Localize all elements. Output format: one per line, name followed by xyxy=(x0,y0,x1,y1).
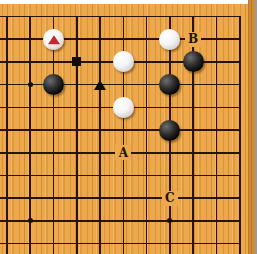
go-diagram: BAC xyxy=(0,0,257,254)
board-point-N19[interactable] xyxy=(88,5,111,28)
grid-line-vertical xyxy=(123,232,125,254)
grid-line-vertical xyxy=(216,96,218,119)
grid-line-vertical xyxy=(239,119,241,142)
grid-line-vertical xyxy=(216,187,218,210)
grid-line-vertical xyxy=(146,28,148,51)
grid-line-vertical xyxy=(6,51,8,74)
board-point-R10[interactable] xyxy=(182,209,205,232)
board-point-J14[interactable] xyxy=(0,119,19,142)
board-point-J12[interactable] xyxy=(0,164,19,187)
board-point-K10[interactable] xyxy=(19,209,42,232)
board-point-O16[interactable] xyxy=(112,73,135,96)
board-point-L17[interactable] xyxy=(42,51,65,74)
board-point-P17[interactable] xyxy=(135,51,158,74)
board-point-K11[interactable] xyxy=(19,187,42,210)
board-point-M9[interactable] xyxy=(65,232,88,254)
board-point-O11[interactable] xyxy=(112,187,135,210)
board-point-S10[interactable] xyxy=(205,209,228,232)
grid-line-vertical xyxy=(239,232,241,254)
grid-line-vertical xyxy=(6,28,8,51)
board-point-L9[interactable] xyxy=(42,232,65,254)
grid-line-vertical xyxy=(216,73,218,96)
grid-line-vertical xyxy=(192,164,194,187)
board-point-M16[interactable] xyxy=(65,73,88,96)
grid-line-vertical xyxy=(123,28,125,51)
grid-line-vertical xyxy=(169,17,171,28)
board-point-P11[interactable] xyxy=(135,187,158,210)
grid-line-vertical xyxy=(216,119,218,142)
board-point-R9[interactable] xyxy=(182,232,205,254)
grid-line-vertical xyxy=(239,51,241,74)
white-stone-Q18 xyxy=(159,29,180,50)
black-stone-R17 xyxy=(183,51,204,72)
grid-line-vertical xyxy=(123,209,125,232)
board-point-L18[interactable] xyxy=(42,28,65,51)
grid-line-vertical xyxy=(53,232,55,254)
grid-line-vertical xyxy=(192,209,194,232)
board-point-O19[interactable] xyxy=(112,5,135,28)
grid-line-vertical xyxy=(76,17,78,28)
board-point-Q15[interactable] xyxy=(158,96,181,119)
grid-line-horizontal xyxy=(0,152,19,154)
go-board: BAC xyxy=(0,5,251,254)
board-point-N15[interactable] xyxy=(88,96,111,119)
board-point-S17[interactable] xyxy=(205,51,228,74)
board-point-J15[interactable] xyxy=(0,96,19,119)
board-point-K12[interactable] xyxy=(19,164,42,187)
board-point-N16[interactable] xyxy=(88,73,111,96)
grid-line-vertical xyxy=(53,187,55,210)
board-point-N9[interactable] xyxy=(88,232,111,254)
board-point-J19[interactable] xyxy=(0,5,19,28)
board-point-P12[interactable] xyxy=(135,164,158,187)
board-point-K16[interactable] xyxy=(19,73,42,96)
grid-line-vertical xyxy=(123,119,125,142)
grid-line-vertical xyxy=(76,232,78,254)
board-point-R12[interactable] xyxy=(182,164,205,187)
board-point-M15[interactable] xyxy=(65,96,88,119)
grid-line-vertical xyxy=(29,164,31,187)
grid-line-horizontal xyxy=(0,38,19,40)
star-point xyxy=(167,218,172,223)
board-point-M17[interactable] xyxy=(65,51,88,74)
board-point-L16[interactable] xyxy=(42,73,65,96)
grid-line-horizontal xyxy=(0,61,19,63)
black-stone-Q16 xyxy=(159,74,180,95)
grid-line-vertical xyxy=(99,51,101,74)
board-point-O18[interactable] xyxy=(112,28,135,51)
board-point-M19[interactable] xyxy=(65,5,88,28)
grid-line-vertical xyxy=(239,28,241,51)
grid-line-vertical xyxy=(76,164,78,187)
grid-line-vertical xyxy=(123,73,125,96)
grid-line-vertical xyxy=(146,17,148,28)
board-point-J16[interactable] xyxy=(0,73,19,96)
grid-line-vertical xyxy=(6,17,8,28)
black-stone-L16 xyxy=(43,74,64,95)
grid-line-vertical xyxy=(169,96,171,119)
grid-line-vertical xyxy=(6,164,8,187)
grid-line-vertical xyxy=(29,96,31,119)
board-point-S14[interactable] xyxy=(205,119,228,142)
grid-line-vertical xyxy=(29,141,31,164)
board-point-L19[interactable] xyxy=(42,5,65,28)
grid-line-vertical xyxy=(6,96,8,119)
board-point-S12[interactable] xyxy=(205,164,228,187)
red-triangle-mark-icon xyxy=(48,36,60,45)
board-point-N13[interactable] xyxy=(88,141,111,164)
board-point-L10[interactable] xyxy=(42,209,65,232)
board-point-P13[interactable] xyxy=(135,141,158,164)
board-point-J17[interactable] xyxy=(0,51,19,74)
grid-line-vertical xyxy=(99,17,101,28)
board-point-Q18[interactable] xyxy=(158,28,181,51)
grid-line-vertical xyxy=(29,17,31,28)
board-point-O12[interactable] xyxy=(112,164,135,187)
board-point-R18[interactable]: B xyxy=(182,28,205,51)
grid-line-vertical xyxy=(239,73,241,96)
board-point-Q19[interactable] xyxy=(158,5,181,28)
grid-line-vertical xyxy=(169,164,171,187)
board-point-K9[interactable] xyxy=(19,232,42,254)
board-point-P18[interactable] xyxy=(135,28,158,51)
grid-line-vertical xyxy=(76,28,78,51)
board-point-N10[interactable] xyxy=(88,209,111,232)
board-point-S16[interactable] xyxy=(205,73,228,96)
grid-line-vertical xyxy=(239,141,241,164)
grid-line-vertical xyxy=(6,187,8,210)
grid-line-vertical xyxy=(192,17,194,28)
board-point-R13[interactable] xyxy=(182,141,205,164)
board-point-S15[interactable] xyxy=(205,96,228,119)
board-point-N11[interactable] xyxy=(88,187,111,210)
board-point-K17[interactable] xyxy=(19,51,42,74)
board-point-Q13[interactable] xyxy=(158,141,181,164)
board-point-N14[interactable] xyxy=(88,119,111,142)
grid-line-vertical xyxy=(239,96,241,119)
board-point-S19[interactable] xyxy=(205,5,228,28)
board-point-J11[interactable] xyxy=(0,187,19,210)
grid-line-vertical xyxy=(6,73,8,96)
grid-line-vertical xyxy=(169,232,171,254)
board-point-L11[interactable] xyxy=(42,187,65,210)
board-point-R16[interactable] xyxy=(182,73,205,96)
grid-line-vertical xyxy=(53,51,55,74)
grid-line-vertical xyxy=(99,119,101,142)
grid-line-vertical xyxy=(29,51,31,74)
board-point-R19[interactable] xyxy=(182,5,205,28)
board-point-S13[interactable] xyxy=(205,141,228,164)
white-stone-O17 xyxy=(113,51,134,72)
grid-line-vertical xyxy=(216,164,218,187)
grid-line-vertical xyxy=(6,209,8,232)
grid-line-vertical xyxy=(123,17,125,28)
triangle-marker-icon xyxy=(94,80,106,90)
board-point-L13[interactable] xyxy=(42,141,65,164)
board-point-K13[interactable] xyxy=(19,141,42,164)
grid-line-vertical xyxy=(146,141,148,164)
board-point-S9[interactable] xyxy=(205,232,228,254)
grid-line-vertical xyxy=(192,187,194,210)
grid-line-vertical xyxy=(216,28,218,51)
grid-line-horizontal xyxy=(0,220,19,222)
board-point-Q12[interactable] xyxy=(158,164,181,187)
board-point-Q10[interactable] xyxy=(158,209,181,232)
grid-line-vertical xyxy=(239,17,241,28)
white-stone-L18 xyxy=(43,29,64,50)
board-point-P16[interactable] xyxy=(135,73,158,96)
grid-line-horizontal xyxy=(0,243,19,245)
grid-line-vertical xyxy=(146,119,148,142)
board-point-S11[interactable] xyxy=(205,187,228,210)
diagram-border-right xyxy=(255,0,257,254)
board-point-P9[interactable] xyxy=(135,232,158,254)
white-stone-O15 xyxy=(113,97,134,118)
grid-line-horizontal xyxy=(0,107,19,109)
grid-line-vertical xyxy=(76,73,78,96)
board-point-J9[interactable] xyxy=(0,232,19,254)
board-point-R11[interactable] xyxy=(182,187,205,210)
grid-line-vertical xyxy=(216,209,218,232)
grid-line-vertical xyxy=(6,141,8,164)
grid-line-vertical xyxy=(216,51,218,74)
board-point-Q17[interactable] xyxy=(158,51,181,74)
grid-line-vertical xyxy=(239,187,241,210)
grid-line-vertical xyxy=(192,96,194,119)
board-point-M10[interactable] xyxy=(65,209,88,232)
grid-line-vertical xyxy=(146,209,148,232)
grid-line-vertical xyxy=(29,28,31,51)
grid-line-vertical xyxy=(6,119,8,142)
board-point-K14[interactable] xyxy=(19,119,42,142)
board-point-N17[interactable] xyxy=(88,51,111,74)
grid-line-vertical xyxy=(239,209,241,232)
board-point-P14[interactable] xyxy=(135,119,158,142)
board-point-O14[interactable] xyxy=(112,119,135,142)
grid-line-vertical xyxy=(146,73,148,96)
board-point-O13[interactable]: A xyxy=(112,141,135,164)
grid-line-vertical xyxy=(169,51,171,74)
board-point-R17[interactable] xyxy=(182,51,205,74)
grid-line-vertical xyxy=(76,209,78,232)
grid-line-vertical xyxy=(216,17,218,28)
grid-line-vertical xyxy=(29,119,31,142)
grid-line-vertical xyxy=(239,164,241,187)
grid-line-vertical xyxy=(169,141,171,164)
grid-line-vertical xyxy=(192,232,194,254)
board-point-M18[interactable] xyxy=(65,28,88,51)
grid-line-vertical xyxy=(99,164,101,187)
grid-line-vertical xyxy=(29,187,31,210)
board-point-O15[interactable] xyxy=(112,96,135,119)
board-point-K18[interactable] xyxy=(19,28,42,51)
grid-line-vertical xyxy=(99,28,101,51)
board-point-K19[interactable] xyxy=(19,5,42,28)
grid-line-vertical xyxy=(192,73,194,96)
board-point-M13[interactable] xyxy=(65,141,88,164)
board-side-edge xyxy=(248,0,255,254)
grid-line-vertical xyxy=(146,96,148,119)
grid-line-vertical xyxy=(76,187,78,210)
grid-line-vertical xyxy=(53,119,55,142)
square-marker-icon xyxy=(72,57,81,66)
grid-line-vertical xyxy=(146,187,148,210)
grid-line-horizontal xyxy=(0,175,19,177)
board-point-L12[interactable] xyxy=(42,164,65,187)
grid-line-vertical xyxy=(192,119,194,142)
board-point-J13[interactable] xyxy=(0,141,19,164)
star-point xyxy=(28,82,33,87)
grid-line-vertical xyxy=(6,232,8,254)
grid-line-vertical xyxy=(76,141,78,164)
grid-line-vertical xyxy=(29,232,31,254)
grid-line-vertical xyxy=(146,51,148,74)
board-point-P19[interactable] xyxy=(135,5,158,28)
grid-line-vertical xyxy=(53,96,55,119)
grid-line-horizontal xyxy=(0,84,19,86)
board-point-O9[interactable] xyxy=(112,232,135,254)
board-point-L15[interactable] xyxy=(42,96,65,119)
grid-line-vertical xyxy=(216,232,218,254)
board-point-N12[interactable] xyxy=(88,164,111,187)
board-point-M14[interactable] xyxy=(65,119,88,142)
grid-line-vertical xyxy=(53,141,55,164)
board-point-R14[interactable] xyxy=(182,119,205,142)
board-point-Q9[interactable] xyxy=(158,232,181,254)
board-point-O10[interactable] xyxy=(112,209,135,232)
board-point-P15[interactable] xyxy=(135,96,158,119)
star-point xyxy=(28,218,33,223)
grid-line-vertical xyxy=(76,119,78,142)
grid-line-vertical xyxy=(216,141,218,164)
board-point-J10[interactable] xyxy=(0,209,19,232)
grid-line-horizontal xyxy=(0,16,19,18)
grid-line-vertical xyxy=(99,209,101,232)
board-point-Q14[interactable] xyxy=(158,119,181,142)
grid-line-vertical xyxy=(53,17,55,28)
board-point-Q16[interactable] xyxy=(158,73,181,96)
grid-line-vertical xyxy=(99,187,101,210)
grid-line-vertical xyxy=(99,96,101,119)
board-point-Q11[interactable]: C xyxy=(158,187,181,210)
grid-line-vertical xyxy=(53,209,55,232)
board-point-M12[interactable] xyxy=(65,164,88,187)
grid-line-vertical xyxy=(123,187,125,210)
point-label-R18: B xyxy=(185,32,201,47)
grid-line-horizontal xyxy=(0,197,19,199)
board-point-P10[interactable] xyxy=(135,209,158,232)
grid-line-vertical xyxy=(146,164,148,187)
board-point-M11[interactable] xyxy=(65,187,88,210)
grid-line-vertical xyxy=(99,141,101,164)
grid-line-vertical xyxy=(53,164,55,187)
board-point-K15[interactable] xyxy=(19,96,42,119)
grid-line-vertical xyxy=(99,232,101,254)
black-stone-Q14 xyxy=(159,120,180,141)
board-point-J18[interactable] xyxy=(0,28,19,51)
board-point-S18[interactable] xyxy=(205,28,228,51)
grid-line-vertical xyxy=(123,164,125,187)
board-point-L14[interactable] xyxy=(42,119,65,142)
point-label-O13: A xyxy=(115,145,131,160)
grid-line-vertical xyxy=(76,96,78,119)
board-point-O17[interactable] xyxy=(112,51,135,74)
grid-line-vertical xyxy=(192,141,194,164)
board-point-N18[interactable] xyxy=(88,28,111,51)
point-label-Q11: C xyxy=(162,191,178,206)
grid-line-horizontal xyxy=(0,129,19,131)
board-point-R15[interactable] xyxy=(182,96,205,119)
diagram-border-top xyxy=(0,0,257,4)
grid-line-vertical xyxy=(146,232,148,254)
